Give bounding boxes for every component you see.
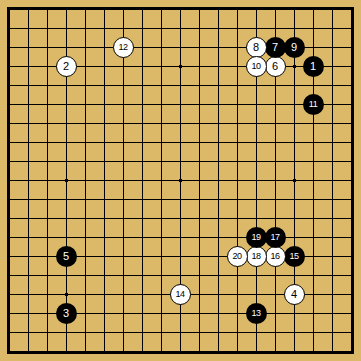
stone-8-white: 8	[246, 37, 267, 58]
stone-2-white: 2	[56, 56, 77, 77]
star-point	[65, 293, 68, 296]
go-board[interactable]: 1234567891011121314151617181920	[0, 0, 361, 361]
star-point	[179, 65, 182, 68]
stone-15-black: 15	[284, 246, 305, 267]
stone-19-black: 19	[246, 227, 267, 248]
stone-3-black: 3	[56, 303, 77, 324]
stone-9-black: 9	[284, 37, 305, 58]
stone-7-black: 7	[265, 37, 286, 58]
stone-18-white: 18	[246, 246, 267, 267]
stone-4-white: 4	[284, 284, 305, 305]
stone-14-white: 14	[170, 284, 191, 305]
star-point	[293, 179, 296, 182]
stone-1-black: 1	[303, 56, 324, 77]
stone-5-black: 5	[56, 246, 77, 267]
stone-13-black: 13	[246, 303, 267, 324]
star-point	[293, 65, 296, 68]
star-point	[179, 179, 182, 182]
stone-6-white: 6	[265, 56, 286, 77]
stone-11-black: 11	[303, 94, 324, 115]
stone-17-black: 17	[265, 227, 286, 248]
stone-10-white: 10	[246, 56, 267, 77]
stone-20-white: 20	[227, 246, 248, 267]
stone-16-white: 16	[265, 246, 286, 267]
stone-12-white: 12	[113, 37, 134, 58]
star-point	[65, 179, 68, 182]
